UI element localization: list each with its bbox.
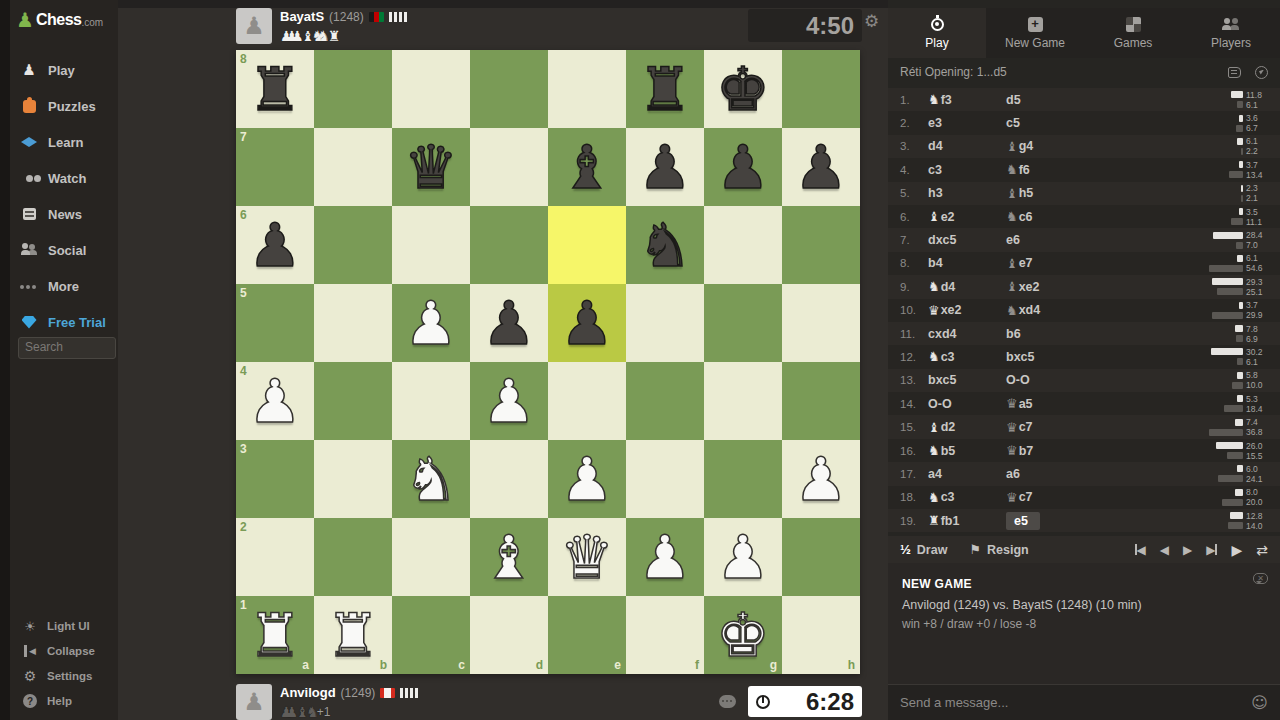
square-c7[interactable]: ♛ [392,128,470,206]
white-piece-letter-icon: ♜ [928,513,940,528]
square-e7[interactable]: ♝ [548,128,626,206]
move-row-12: 12.♞c3bxc530.26.1 [888,345,1280,368]
rank-label: 7 [240,130,247,144]
chat-bubble-icon[interactable] [719,695,736,708]
square-f2[interactable]: ♟ [626,518,704,596]
news-icon [20,205,38,223]
square-b4[interactable] [314,362,392,440]
black-pawn[interactable]: ♟ [782,128,860,206]
move-row-17: 17.a4a66.024.1 [888,462,1280,485]
square-c4[interactable] [392,362,470,440]
move-times: 5.318.4 [1206,395,1270,413]
black-piece-letter-icon: ♝ [1006,186,1018,201]
move-b[interactable]: ♞xd4 [1006,303,1040,318]
move-row-8: 8.b4♝e76.154.6 [888,252,1280,275]
square-d8[interactable] [470,50,548,128]
tab-new-game[interactable]: +New Game [986,8,1084,58]
move-number: 11. [900,328,928,340]
white-queen[interactable]: ♛ [548,518,626,596]
square-h1[interactable]: h [782,596,860,674]
white-rook[interactable]: ♜ [314,596,392,674]
black-pawn[interactable]: ♟ [470,284,548,362]
move-w[interactable]: a4 [928,467,942,481]
square-e5[interactable]: ♟ [548,284,626,362]
chess-board[interactable]: 8♜♜♚7♛♝♟♟♟6♟♞5♟♟♟4♟♟3♞♟♟2♝♛♟♟1a♜b♜cdefg♚… [236,50,860,674]
square-g2[interactable]: ♟ [704,518,782,596]
board-settings-gear-icon[interactable]: ⚙ [864,11,879,31]
rank-label: 5 [240,286,247,300]
sidebar-item-free-trial[interactable]: Free Trial [20,312,106,332]
opening-row: Réti Opening: 1...d5 [888,58,1280,86]
utility-collapse[interactable]: ◀Collapse [22,643,95,659]
material-advantage: +1 [317,705,331,719]
tab-players[interactable]: Players [1182,8,1280,58]
captured-b-group: ♝ [296,705,297,719]
white-pawn[interactable]: ♟ [470,362,548,440]
square-d5[interactable]: ♟ [470,284,548,362]
move-w[interactable]: O-O [928,397,952,411]
afghanistan-flag-icon [369,12,384,22]
move-number: 4. [900,164,928,176]
file-label: e [614,658,621,672]
play-icon [931,16,944,32]
bottom-player-clock: 6:28 [748,686,862,717]
square-f1[interactable]: f [626,596,704,674]
connection-signal-icon [389,12,407,22]
matchup-text: Anvilogd (1249) vs. BayatS (1248) (10 mi… [902,598,1266,612]
black-piece-letter-icon: ♞ [1006,303,1018,318]
sidebar-item-play[interactable]: ♟Play [20,60,75,80]
square-c3[interactable]: ♞ [392,440,470,518]
move-b[interactable]: O-O [1006,373,1030,387]
square-f3[interactable] [626,440,704,518]
move-w[interactable]: b4 [928,256,943,270]
left-edge-strip [0,0,10,720]
move-number: 3. [900,140,928,152]
logo-text: Chess [36,11,82,29]
move-b[interactable]: ♝g4 [1006,139,1033,154]
sidebar-item-news[interactable]: News [20,204,82,224]
sidebar-item-watch[interactable]: Watch [20,168,87,188]
file-label: c [458,658,465,672]
black-piece-letter-icon: ♝ [1006,279,1018,294]
black-knight[interactable]: ♞ [626,206,704,284]
square-f6[interactable]: ♞ [626,206,704,284]
utility-settings[interactable]: ⚙Settings [22,668,92,684]
move-number: 5. [900,187,928,199]
tab-play[interactable]: Play [888,8,986,58]
square-h8[interactable] [782,50,860,128]
white-pawn[interactable]: ♟ [548,440,626,518]
move-times: 26.015.5 [1206,442,1270,460]
move-times: 8.020.0 [1206,488,1270,506]
move-row-14: 14.O-O♛a55.318.4 [888,392,1280,415]
tab-games[interactable]: Games [1084,8,1182,58]
move-b[interactable]: ♝h5 [1006,186,1033,201]
move-w[interactable]: ♞c3 [928,349,955,364]
utility-help[interactable]: ?Help [22,693,72,709]
logo-tld: .com [81,17,103,28]
bottom-player-bar: ♟ Anvilogd (1249) ♟♟ ♝ ♞ +1 [236,684,418,720]
move-w[interactable]: bxc5 [928,373,957,387]
resign-button[interactable]: ⚑ Resign [969,542,1028,557]
square-h3[interactable]: ♟ [782,440,860,518]
move-row-18: 18.♞c3♛c78.020.0 [888,486,1280,509]
move-times: 2.32.1 [1206,184,1270,202]
move-b[interactable]: ♛a5 [1006,396,1033,411]
bottom-captured-pieces: ♟♟ ♝ ♞ +1 [280,705,418,719]
chesscom-app: ♟ Chess .com ♟PlayPuzzlesLearnWatchNewsS… [0,0,1280,720]
white-pawn[interactable]: ♟ [704,518,782,596]
players-icon [1222,16,1240,32]
move-times: 6.12.2 [1206,137,1270,155]
square-h5[interactable] [782,284,860,362]
draw-button[interactable]: ½ Draw [900,542,947,557]
canada-flag-icon [380,688,395,698]
white-pawn[interactable]: ♟ [236,362,314,440]
utility-light-ui[interactable]: ☀Light UI [22,618,90,634]
square-g8[interactable]: ♚ [704,50,782,128]
move-row-19: 19.♜fb1e512.814.0 [888,509,1280,532]
move-row-2: 2.e3c53.66.7 [888,111,1280,134]
move-row-13: 13.bxc5O-O5.810.0 [888,369,1280,392]
sidebar: ♟ Chess .com ♟PlayPuzzlesLearnWatchNewsS… [10,0,118,720]
square-d1[interactable]: d [470,596,548,674]
move-number: 6. [900,211,928,223]
black-rook[interactable]: ♜ [626,50,704,128]
move-w[interactable]: dxc5 [928,233,957,247]
trial-icon [20,313,38,331]
white-king[interactable]: ♚ [704,596,782,674]
square-h4[interactable] [782,362,860,440]
square-d7[interactable] [470,128,548,206]
square-b5[interactable] [314,284,392,362]
square-a8[interactable]: 8♜ [236,50,314,128]
square-b2[interactable] [314,518,392,596]
black-pawn[interactable]: ♟ [626,128,704,206]
more-icon [20,277,38,295]
settings-icon: ⚙ [22,668,38,684]
white-pawn[interactable]: ♟ [626,518,704,596]
black-piece-letter-icon: ♛ [1006,490,1018,505]
move-row-10: 10.♛xe2♞xd43.729.9 [888,299,1280,322]
square-f5[interactable] [626,284,704,362]
file-label: f [695,658,699,672]
white-piece-letter-icon: ♝ [928,209,940,224]
move-b[interactable]: ♝xe2 [1006,279,1040,294]
white-knight[interactable]: ♞ [392,440,470,518]
move-row-3: 3.d4♝g46.12.2 [888,135,1280,158]
square-f7[interactable]: ♟ [626,128,704,206]
move-times: 6.024.1 [1206,465,1270,483]
move-row-15: 15.♝d2♛c77.436.8 [888,415,1280,438]
move-b[interactable]: ♛c7 [1006,490,1033,505]
captured-n-group: ♞ [306,705,307,719]
white-piece-letter-icon: ♞ [928,92,940,107]
black-queen[interactable]: ♛ [392,128,470,206]
move-times: 3.511.1 [1206,208,1270,226]
square-c8[interactable] [392,50,470,128]
opening-book-icon[interactable] [1228,67,1241,78]
sidebar-item-puzzles[interactable]: Puzzles [20,96,96,116]
captured-b-group: ♝ [301,29,302,43]
black-piece-letter-icon: ♛ [1006,443,1018,458]
move-row-4: 4.c3♞f63.713.4 [888,158,1280,181]
black-piece-letter-icon: ♝ [1006,139,1018,154]
game-info-section: ✕ NEW GAME Anvilogd (1249) vs. BayatS (1… [888,563,1280,684]
move-times: 3.66.7 [1206,114,1270,132]
square-d4[interactable]: ♟ [470,362,548,440]
square-a5[interactable]: 5 [236,284,314,362]
file-label: d [536,658,543,672]
move-times: 3.713.4 [1206,161,1270,179]
new-game-icon: + [1028,16,1043,32]
square-c6[interactable] [392,206,470,284]
move-b[interactable]: ♞c6 [1006,209,1033,224]
move-b[interactable]: a6 [1006,467,1020,481]
chesscom-logo[interactable]: ♟ Chess .com [16,10,103,30]
square-b7[interactable] [314,128,392,206]
move-row-11: 11.cxd4b67.86.9 [888,322,1280,345]
move-list: 1.♞f3d511.86.12.e3c53.66.73.d4♝g46.12.24… [888,88,1280,532]
top-player-rating: (1248) [329,10,364,24]
square-b3[interactable] [314,440,392,518]
move-times: 3.729.9 [1206,301,1270,319]
help-icon: ? [22,694,38,708]
square-g4[interactable] [704,362,782,440]
move-w[interactable]: ♜fb1 [928,513,959,528]
move-row-9: 9.♞d4♝xe229.325.1 [888,275,1280,298]
move-b[interactable]: bxc5 [1006,350,1035,364]
square-a6[interactable]: 6♟ [236,206,314,284]
move-times: 11.86.1 [1206,91,1270,109]
top-player-avatar[interactable]: ♟ [236,8,272,44]
square-e1[interactable]: e [548,596,626,674]
move-w[interactable]: ♛xe2 [928,303,962,318]
next-move-button[interactable]: ▶ [1183,543,1192,557]
move-times: 6.154.6 [1206,254,1270,272]
move-b[interactable]: c5 [1006,116,1020,130]
chat-muted-icon[interactable]: ✕ [1253,573,1268,584]
move-times: 12.814.0 [1206,512,1270,530]
logo-pawn-icon: ♟ [16,10,34,30]
move-number: 18. [900,491,928,503]
move-number: 12. [900,351,928,363]
message-bar: Send a message... ☺ [888,684,1280,720]
move-row-6: 6.♝e2♞c63.511.1 [888,205,1280,228]
learn-icon [20,133,38,151]
move-b[interactable]: ♝e7 [1006,256,1033,271]
black-pawn[interactable]: ♟ [704,128,782,206]
move-b[interactable]: ♛c7 [1006,420,1033,435]
game-controls: ½ Draw ⚑ Resign ◀ ◀ ▶ ▶ ▶ ⇄ [888,536,1280,563]
move-b[interactable]: e6 [1006,233,1020,247]
move-b[interactable]: ♛b7 [1006,443,1033,458]
square-c1[interactable]: c [392,596,470,674]
black-piece-letter-icon: ♞ [1006,209,1018,224]
autoplay-button[interactable]: ▶ [1231,542,1242,558]
move-w[interactable]: e3 [928,116,942,130]
white-rook[interactable]: ♜ [236,596,314,674]
square-d2[interactable]: ♝ [470,518,548,596]
resign-flag-icon: ⚑ [969,542,981,557]
games-icon [1126,16,1141,32]
square-e2[interactable]: ♛ [548,518,626,596]
captured-n-group: ♞♞ [312,29,319,43]
collapse-icon: ◀ [22,645,38,657]
play-icon: ♟ [20,61,38,79]
explore-icon[interactable] [1255,66,1268,79]
square-g5[interactable] [704,284,782,362]
first-move-button[interactable]: ◀ [1135,543,1146,557]
black-piece-letter-icon: ♞ [1006,162,1018,177]
square-g3[interactable] [704,440,782,518]
bottom-player-name[interactable]: Anvilogd [280,685,336,700]
last-move-button[interactable]: ▶ [1206,543,1217,557]
square-a1[interactable]: 1a♜ [236,596,314,674]
move-row-16: 16.♞b5♛b726.015.5 [888,439,1280,462]
flip-board-button[interactable]: ⇄ [1256,542,1268,558]
square-b1[interactable]: b♜ [314,596,392,674]
square-d6[interactable] [470,206,548,284]
white-pawn[interactable]: ♟ [782,440,860,518]
square-h2[interactable] [782,518,860,596]
square-c5[interactable]: ♟ [392,284,470,362]
move-times: 5.810.0 [1206,371,1270,389]
square-f8[interactable]: ♜ [626,50,704,128]
search-input[interactable]: Search [18,337,116,359]
rating-stakes-text: win +8 / draw +0 / lose -8 [902,617,1266,631]
previous-move-button[interactable]: ◀ [1160,543,1169,557]
black-pawn[interactable]: ♟ [548,284,626,362]
square-e8[interactable] [548,50,626,128]
move-times: 7.86.9 [1206,325,1270,343]
move-number: 19. [900,515,928,527]
square-g1[interactable]: g♚ [704,596,782,674]
top-player-name[interactable]: BayatS [280,9,324,24]
white-piece-letter-icon: ♞ [928,279,940,294]
file-label: h [848,658,855,672]
black-king[interactable]: ♚ [704,50,782,128]
move-row-5: 5.h3♝h52.32.1 [888,182,1280,205]
move-times: 7.436.8 [1206,418,1270,436]
move-w[interactable]: h3 [928,186,943,200]
move-number: 16. [900,445,928,457]
move-number: 2. [900,117,928,129]
move-row-7: 7.dxc5e628.47.0 [888,228,1280,251]
square-a3[interactable]: 3 [236,440,314,518]
move-number: 10. [900,304,928,316]
bottom-player-rating: (1249) [341,686,376,700]
move-number: 17. [900,468,928,480]
square-e3[interactable]: ♟ [548,440,626,518]
move-w[interactable]: c3 [928,163,942,177]
square-a2[interactable]: 2 [236,518,314,596]
message-input[interactable]: Send a message... [900,695,1251,710]
black-piece-letter-icon: ♛ [1006,420,1018,435]
move-times: 29.325.1 [1206,278,1270,296]
game-panel: Play+New GameGamesPlayers Réti Opening: … [888,0,1280,720]
move-navigation: ◀ ◀ ▶ ▶ ▶ ⇄ [1135,542,1268,558]
captured-p-group: ♟♟♟ [280,29,292,43]
watch-icon [20,169,38,187]
social-icon [20,241,38,259]
move-b[interactable]: e5 [1006,512,1040,530]
move-number: 15. [900,421,928,433]
connection-signal-icon [400,688,418,698]
emoji-smiley-icon[interactable]: ☺ [1251,693,1268,712]
square-a4[interactable]: 4♟ [236,362,314,440]
sidebar-item-social[interactable]: Social [20,240,86,260]
black-piece-letter-icon: ♛ [1006,396,1018,411]
move-w[interactable]: ♞c3 [928,490,955,505]
white-bishop[interactable]: ♝ [470,518,548,596]
sidebar-item-learn[interactable]: Learn [20,132,83,152]
square-b8[interactable] [314,50,392,128]
new-game-heading: NEW GAME [902,577,1266,591]
puzzles-icon [20,97,38,115]
top-captured-pieces: ♟♟♟ ♝ ♞♞ ♜ [280,29,407,43]
move-w[interactable]: ♞f3 [928,92,952,107]
active-clock-icon [756,695,770,709]
black-rook[interactable]: ♜ [236,50,314,128]
captured-r-group: ♜ [328,29,329,43]
square-a7[interactable]: 7 [236,128,314,206]
rank-label: 2 [240,520,247,534]
move-row-1: 1.♞f3d511.86.1 [888,88,1280,111]
square-h7[interactable]: ♟ [782,128,860,206]
white-piece-letter-icon: ♛ [928,303,940,318]
move-times: 28.47.0 [1206,231,1270,249]
move-number: 8. [900,257,928,269]
square-h6[interactable] [782,206,860,284]
black-bishop[interactable]: ♝ [548,128,626,206]
move-number: 13. [900,374,928,386]
square-e6[interactable] [548,206,626,284]
black-piece-letter-icon: ♝ [1006,256,1018,271]
move-w[interactable]: ♝e2 [928,209,955,224]
captured-p-group: ♟♟ [280,705,287,719]
move-w[interactable]: ♞b5 [928,443,955,458]
top-player-clock: 4:50 [748,9,862,42]
panel-tabs: Play+New GameGamesPlayers [888,8,1280,58]
move-b[interactable]: ♞f6 [1006,162,1030,177]
light-icon: ☀ [22,619,38,634]
square-g6[interactable] [704,206,782,284]
square-c2[interactable] [392,518,470,596]
square-g7[interactable]: ♟ [704,128,782,206]
move-b[interactable]: d5 [1006,93,1021,107]
move-times: 30.26.1 [1206,348,1270,366]
move-number: 7. [900,234,928,246]
move-w[interactable]: cxd4 [928,327,957,341]
move-b[interactable]: b6 [1006,327,1021,341]
move-w[interactable]: ♞d4 [928,279,955,294]
square-d3[interactable] [470,440,548,518]
move-number: 1. [900,94,928,106]
bottom-player-avatar[interactable]: ♟ [236,684,272,720]
square-b6[interactable] [314,206,392,284]
move-number: 14. [900,398,928,410]
sidebar-item-more[interactable]: More [20,276,79,296]
move-w[interactable]: ♝d2 [928,420,955,435]
white-pawn[interactable]: ♟ [392,284,470,362]
white-piece-letter-icon: ♞ [928,349,940,364]
square-e4[interactable] [548,362,626,440]
square-f4[interactable] [626,362,704,440]
move-w[interactable]: d4 [928,139,943,153]
black-pawn[interactable]: ♟ [236,206,314,284]
